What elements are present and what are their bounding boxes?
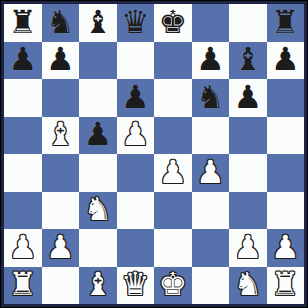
square-g6[interactable]: ♟ — [229, 79, 267, 117]
square-h5[interactable] — [267, 117, 305, 155]
white-pawn: ♟ — [8, 231, 37, 263]
square-h4[interactable] — [267, 154, 305, 192]
square-g5[interactable] — [229, 117, 267, 155]
white-pawn: ♟ — [158, 156, 187, 188]
white-pawn: ♟ — [196, 156, 225, 188]
square-g3[interactable] — [229, 192, 267, 230]
square-d5[interactable]: ♟ — [117, 117, 155, 155]
square-a1[interactable]: ♜ — [4, 267, 42, 305]
square-h1[interactable]: ♜ — [267, 267, 305, 305]
white-pawn: ♟ — [271, 231, 300, 263]
white-bishop: ♝ — [83, 268, 112, 300]
square-c2[interactable] — [79, 229, 117, 267]
black-queen: ♛ — [121, 6, 150, 38]
square-b8[interactable]: ♞ — [42, 4, 80, 42]
square-c8[interactable]: ♝ — [79, 4, 117, 42]
square-d4[interactable] — [117, 154, 155, 192]
square-e3[interactable] — [154, 192, 192, 230]
square-d6[interactable]: ♟ — [117, 79, 155, 117]
square-d8[interactable]: ♛ — [117, 4, 155, 42]
black-pawn: ♟ — [83, 118, 112, 150]
square-e1[interactable]: ♚ — [154, 267, 192, 305]
square-h6[interactable] — [267, 79, 305, 117]
square-g2[interactable]: ♟ — [229, 229, 267, 267]
square-f8[interactable] — [192, 4, 230, 42]
square-g4[interactable] — [229, 154, 267, 192]
white-pawn: ♟ — [46, 231, 75, 263]
square-a6[interactable] — [4, 79, 42, 117]
board-frame: ♜♞♝♛♚♜♟♟♟♝♟♟♞♟♝♟♟♟♟♞♟♟♟♟♜♝♛♚♞♜ — [1, 1, 307, 307]
square-g7[interactable]: ♝ — [229, 42, 267, 80]
black-pawn: ♟ — [46, 43, 75, 75]
white-rook: ♜ — [271, 268, 300, 300]
square-c1[interactable]: ♝ — [79, 267, 117, 305]
square-f3[interactable] — [192, 192, 230, 230]
square-e2[interactable] — [154, 229, 192, 267]
square-f6[interactable]: ♞ — [192, 79, 230, 117]
square-e4[interactable]: ♟ — [154, 154, 192, 192]
square-a7[interactable]: ♟ — [4, 42, 42, 80]
square-h7[interactable]: ♟ — [267, 42, 305, 80]
square-d1[interactable]: ♛ — [117, 267, 155, 305]
square-b5[interactable]: ♝ — [42, 117, 80, 155]
white-knight: ♞ — [233, 268, 262, 300]
chess-board: ♜♞♝♛♚♜♟♟♟♝♟♟♞♟♝♟♟♟♟♞♟♟♟♟♜♝♛♚♞♜ — [4, 4, 304, 304]
square-g1[interactable]: ♞ — [229, 267, 267, 305]
square-b3[interactable] — [42, 192, 80, 230]
white-bishop: ♝ — [46, 118, 75, 150]
square-b7[interactable]: ♟ — [42, 42, 80, 80]
white-pawn: ♟ — [233, 231, 262, 263]
square-a2[interactable]: ♟ — [4, 229, 42, 267]
black-pawn: ♟ — [8, 43, 37, 75]
black-knight: ♞ — [196, 81, 225, 113]
square-f2[interactable] — [192, 229, 230, 267]
black-pawn: ♟ — [121, 81, 150, 113]
black-rook: ♜ — [8, 6, 37, 38]
square-b6[interactable] — [42, 79, 80, 117]
square-c6[interactable] — [79, 79, 117, 117]
square-e8[interactable]: ♚ — [154, 4, 192, 42]
square-d2[interactable] — [117, 229, 155, 267]
square-d3[interactable] — [117, 192, 155, 230]
white-pawn: ♟ — [121, 118, 150, 150]
square-e5[interactable] — [154, 117, 192, 155]
white-rook: ♜ — [8, 268, 37, 300]
square-f5[interactable] — [192, 117, 230, 155]
square-d7[interactable] — [117, 42, 155, 80]
black-pawn: ♟ — [233, 81, 262, 113]
black-pawn: ♟ — [271, 43, 300, 75]
square-h2[interactable]: ♟ — [267, 229, 305, 267]
black-bishop: ♝ — [233, 43, 262, 75]
square-a5[interactable] — [4, 117, 42, 155]
square-b2[interactable]: ♟ — [42, 229, 80, 267]
black-king: ♚ — [158, 6, 187, 38]
square-h3[interactable] — [267, 192, 305, 230]
square-c4[interactable] — [79, 154, 117, 192]
square-b4[interactable] — [42, 154, 80, 192]
square-e6[interactable] — [154, 79, 192, 117]
square-a8[interactable]: ♜ — [4, 4, 42, 42]
square-a3[interactable] — [4, 192, 42, 230]
square-f1[interactable] — [192, 267, 230, 305]
square-e7[interactable] — [154, 42, 192, 80]
black-knight: ♞ — [46, 6, 75, 38]
black-pawn: ♟ — [196, 43, 225, 75]
square-f4[interactable]: ♟ — [192, 154, 230, 192]
black-rook: ♜ — [271, 6, 300, 38]
square-b1[interactable] — [42, 267, 80, 305]
square-a4[interactable] — [4, 154, 42, 192]
white-queen: ♛ — [121, 268, 150, 300]
square-f7[interactable]: ♟ — [192, 42, 230, 80]
white-knight: ♞ — [83, 193, 112, 225]
square-c7[interactable] — [79, 42, 117, 80]
black-bishop: ♝ — [83, 6, 112, 38]
square-c3[interactable]: ♞ — [79, 192, 117, 230]
square-c5[interactable]: ♟ — [79, 117, 117, 155]
white-king: ♚ — [158, 268, 187, 300]
square-g8[interactable] — [229, 4, 267, 42]
chess-diagram: ♜♞♝♛♚♜♟♟♟♝♟♟♞♟♝♟♟♟♟♞♟♟♟♟♜♝♛♚♞♜ — [0, 0, 308, 308]
square-h8[interactable]: ♜ — [267, 4, 305, 42]
